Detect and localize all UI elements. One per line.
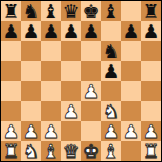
square-a1[interactable]: ♜	[1, 141, 21, 161]
square-e2[interactable]	[81, 121, 101, 141]
white-knight: ♞	[102, 101, 119, 121]
square-d7[interactable]: ♟	[61, 21, 81, 41]
square-f6[interactable]: ♞	[101, 41, 121, 61]
white-pawn: ♟	[22, 121, 39, 141]
square-b3[interactable]	[21, 101, 41, 121]
square-e6[interactable]	[81, 41, 101, 61]
square-h6[interactable]	[141, 41, 161, 61]
square-f3[interactable]: ♞	[101, 101, 121, 121]
square-f5[interactable]: ♟	[101, 61, 121, 81]
square-d3[interactable]: ♟	[61, 101, 81, 121]
square-e4[interactable]: ♟	[81, 81, 101, 101]
square-a3[interactable]	[1, 101, 21, 121]
square-g7[interactable]: ♟	[121, 21, 141, 41]
square-b1[interactable]: ♞	[21, 141, 41, 161]
black-pawn: ♟	[102, 61, 119, 81]
square-g1[interactable]	[121, 141, 141, 161]
square-f2[interactable]: ♟	[101, 121, 121, 141]
white-pawn: ♟	[2, 121, 19, 141]
black-bishop: ♝	[102, 1, 119, 21]
square-e8[interactable]: ♚	[81, 1, 101, 21]
white-pawn: ♟	[62, 101, 79, 121]
square-b5[interactable]	[21, 61, 41, 81]
white-pawn: ♟	[82, 81, 99, 101]
square-f7[interactable]	[101, 21, 121, 41]
black-king: ♚	[82, 1, 99, 21]
white-pawn: ♟	[122, 121, 139, 141]
white-rook: ♜	[142, 141, 159, 161]
square-h5[interactable]	[141, 61, 161, 81]
square-h8[interactable]: ♜	[141, 1, 161, 21]
black-pawn: ♟	[42, 21, 59, 41]
square-d4[interactable]	[61, 81, 81, 101]
white-bishop: ♝	[102, 141, 119, 161]
square-a7[interactable]: ♟	[1, 21, 21, 41]
square-a4[interactable]	[1, 81, 21, 101]
square-b8[interactable]: ♞	[21, 1, 41, 21]
black-pawn: ♟	[62, 21, 79, 41]
black-queen: ♛	[62, 1, 79, 21]
square-f8[interactable]: ♝	[101, 1, 121, 21]
white-rook: ♜	[2, 141, 19, 161]
square-h1[interactable]: ♜	[141, 141, 161, 161]
square-a5[interactable]	[1, 61, 21, 81]
square-d5[interactable]	[61, 61, 81, 81]
chess-board: ♜♞♝♛♚♝♜♟♟♟♟♟♟♟♞♟♟♟♞♟♟♟♟♟♟♜♞♝♛♚♝♜	[0, 0, 162, 162]
square-g6[interactable]	[121, 41, 141, 61]
square-e7[interactable]: ♟	[81, 21, 101, 41]
square-b6[interactable]	[21, 41, 41, 61]
square-h3[interactable]	[141, 101, 161, 121]
square-f1[interactable]: ♝	[101, 141, 121, 161]
black-rook: ♜	[142, 1, 159, 21]
black-pawn: ♟	[142, 21, 159, 41]
black-rook: ♜	[2, 1, 19, 21]
square-a6[interactable]	[1, 41, 21, 61]
square-g8[interactable]	[121, 1, 141, 21]
black-pawn: ♟	[2, 21, 19, 41]
square-e5[interactable]	[81, 61, 101, 81]
square-d8[interactable]: ♛	[61, 1, 81, 21]
square-g3[interactable]	[121, 101, 141, 121]
square-b7[interactable]: ♟	[21, 21, 41, 41]
black-knight: ♞	[102, 41, 119, 61]
square-h7[interactable]: ♟	[141, 21, 161, 41]
board-grid: ♜♞♝♛♚♝♜♟♟♟♟♟♟♟♞♟♟♟♞♟♟♟♟♟♟♜♞♝♛♚♝♜	[1, 1, 161, 161]
square-a2[interactable]: ♟	[1, 121, 21, 141]
square-h2[interactable]: ♟	[141, 121, 161, 141]
white-king: ♚	[82, 141, 99, 161]
black-pawn: ♟	[22, 21, 39, 41]
white-knight: ♞	[22, 141, 39, 161]
square-e3[interactable]	[81, 101, 101, 121]
square-f4[interactable]	[101, 81, 121, 101]
black-pawn: ♟	[122, 21, 139, 41]
square-g2[interactable]: ♟	[121, 121, 141, 141]
square-c6[interactable]	[41, 41, 61, 61]
square-b4[interactable]	[21, 81, 41, 101]
square-c3[interactable]	[41, 101, 61, 121]
white-pawn: ♟	[142, 121, 159, 141]
square-d1[interactable]: ♛	[61, 141, 81, 161]
square-c1[interactable]: ♝	[41, 141, 61, 161]
square-a8[interactable]: ♜	[1, 1, 21, 21]
square-b2[interactable]: ♟	[21, 121, 41, 141]
square-c8[interactable]: ♝	[41, 1, 61, 21]
square-g4[interactable]	[121, 81, 141, 101]
square-d6[interactable]	[61, 41, 81, 61]
white-pawn: ♟	[42, 121, 59, 141]
black-knight: ♞	[22, 1, 39, 21]
square-c4[interactable]	[41, 81, 61, 101]
white-queen: ♛	[62, 141, 79, 161]
square-c5[interactable]	[41, 61, 61, 81]
square-c7[interactable]: ♟	[41, 21, 61, 41]
black-bishop: ♝	[42, 1, 59, 21]
square-h4[interactable]	[141, 81, 161, 101]
square-c2[interactable]: ♟	[41, 121, 61, 141]
square-e1[interactable]: ♚	[81, 141, 101, 161]
white-bishop: ♝	[42, 141, 59, 161]
white-pawn: ♟	[102, 121, 119, 141]
square-g5[interactable]	[121, 61, 141, 81]
square-d2[interactable]	[61, 121, 81, 141]
black-pawn: ♟	[82, 21, 99, 41]
